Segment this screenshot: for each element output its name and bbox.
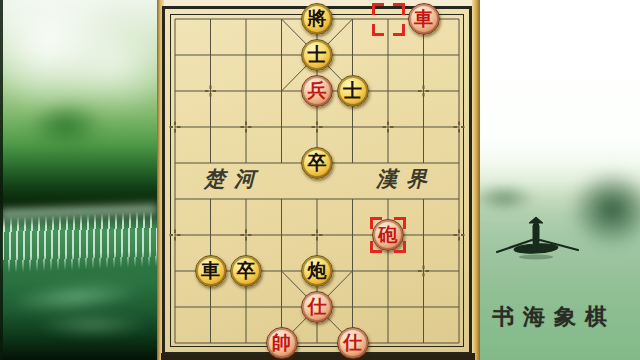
tree-reflection — [480, 184, 536, 212]
water-swirl — [35, 312, 150, 338]
xiangqi-board[interactable]: 楚河 漢界 將車士兵士卒砲車卒炮仕帥仕 — [157, 0, 480, 360]
frame-edge — [0, 0, 3, 360]
piece-red-cannon[interactable]: 砲 — [372, 219, 404, 251]
piece-black-advisor[interactable]: 士 — [337, 75, 369, 107]
piece-black-general[interactable]: 將 — [301, 3, 333, 35]
piece-grid: 將車士兵士卒砲車卒炮仕帥仕 — [157, 1, 477, 360]
fisherman-boat — [490, 210, 600, 270]
piece-black-advisor[interactable]: 士 — [301, 39, 333, 71]
tree — [28, 102, 103, 150]
piece-black-chariot[interactable]: 車 — [195, 255, 227, 287]
piece-black-cannon[interactable]: 炮 — [301, 255, 333, 287]
piece-red-general[interactable]: 帥 — [266, 327, 298, 359]
waterfall — [0, 210, 158, 273]
piece-red-advisor[interactable]: 仕 — [337, 327, 369, 359]
last-move-from-marker — [373, 4, 404, 35]
marker-corner — [393, 3, 405, 15]
marker-corner — [393, 24, 405, 36]
marker-corner — [372, 3, 384, 15]
marker-corner — [372, 24, 384, 36]
piece-black-soldier[interactable]: 卒 — [230, 255, 262, 287]
piece-black-soldier[interactable]: 卒 — [301, 147, 333, 179]
piece-red-chariot[interactable]: 車 — [408, 3, 440, 35]
video-frame: 书海象棋 楚河 漢界 將車士兵士卒砲車卒炮仕帥仕 — [0, 0, 640, 360]
background-lake: 书海象棋 — [480, 0, 640, 360]
piece-red-soldier[interactable]: 兵 — [301, 75, 333, 107]
background-mountains — [0, 0, 158, 360]
piece-red-advisor[interactable]: 仕 — [301, 291, 333, 323]
channel-watermark: 书海象棋 — [492, 302, 640, 332]
